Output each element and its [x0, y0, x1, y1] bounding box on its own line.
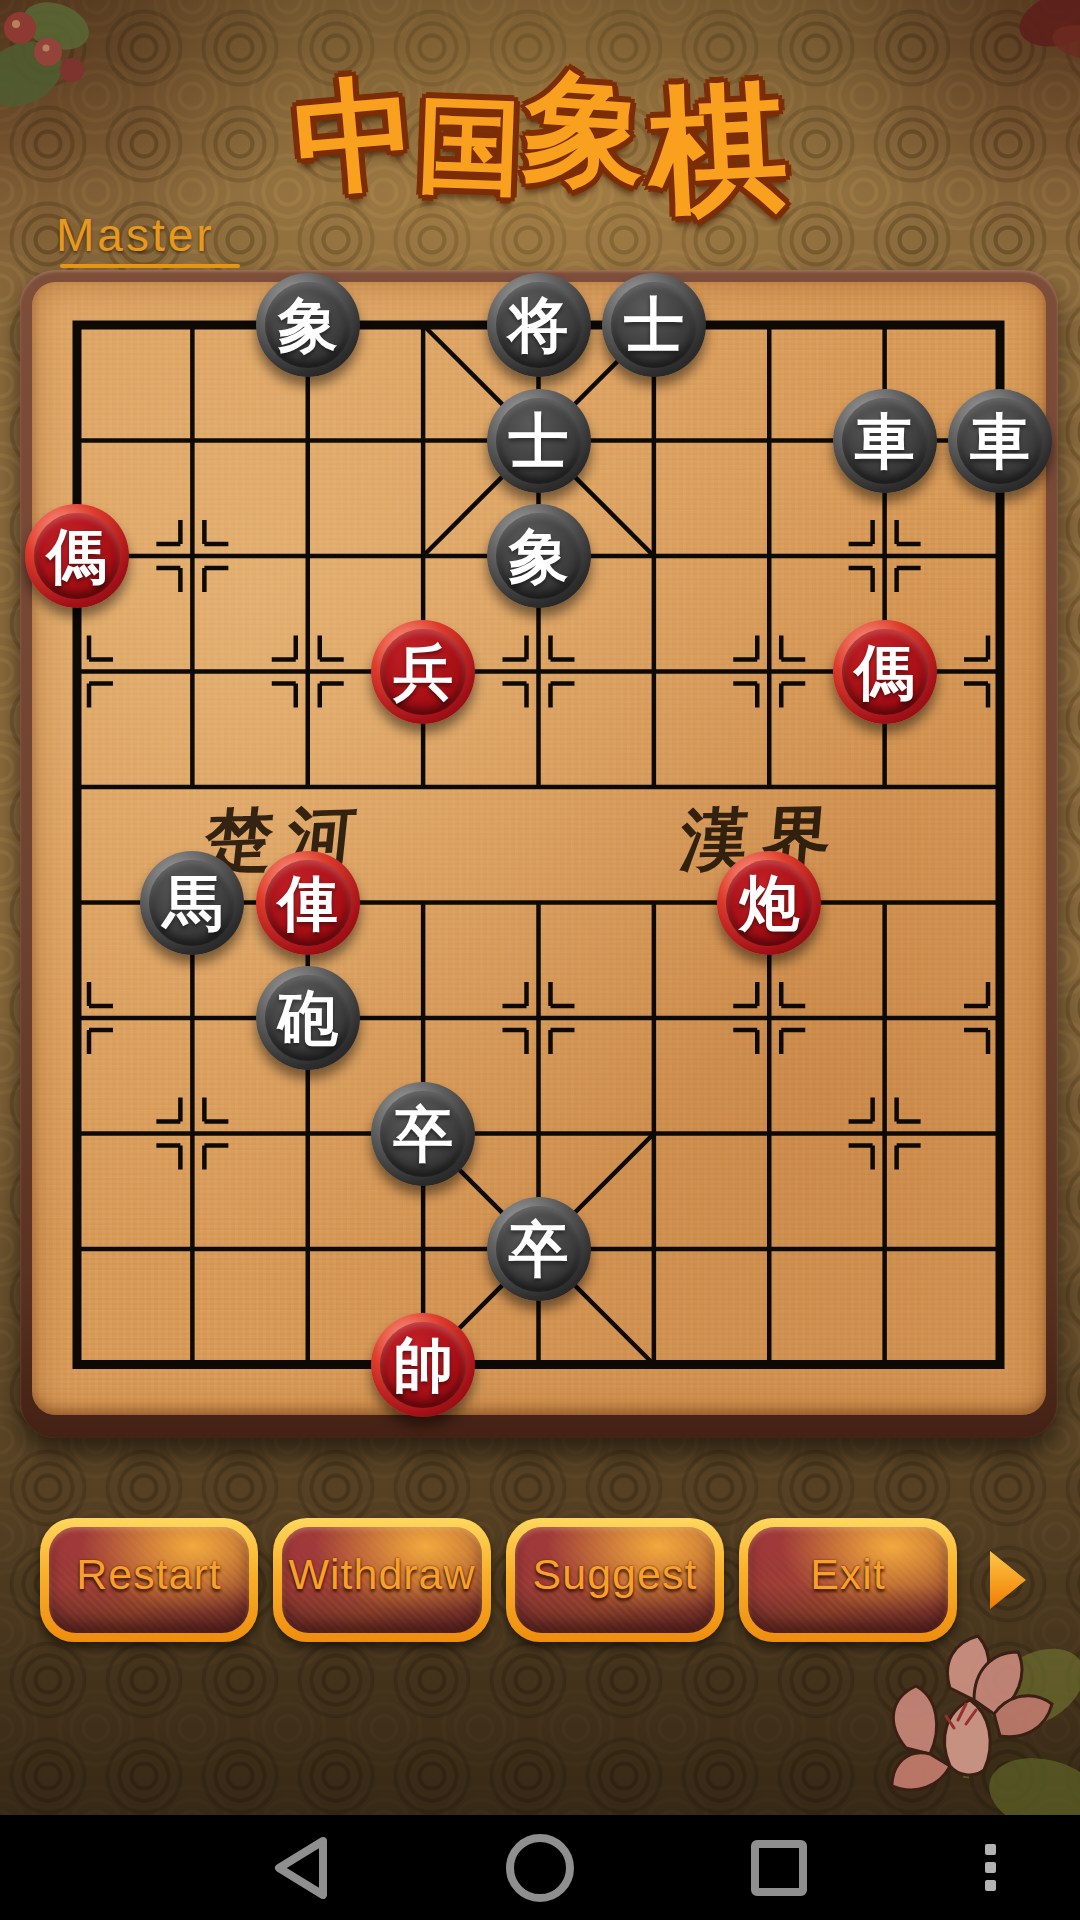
black-advisor-face: 士 [611, 282, 697, 368]
black-chariot[interactable]: 車 [948, 389, 1052, 493]
red-general-face: 帥 [380, 1322, 466, 1408]
black-general[interactable]: 将 [487, 273, 591, 377]
black-advisor-face: 士 [496, 398, 582, 484]
black-general-face: 将 [496, 282, 582, 368]
red-cannon[interactable]: 炮 [717, 851, 821, 955]
red-horse-face: 傌 [34, 513, 120, 599]
play-arrow-icon[interactable] [988, 1549, 1028, 1611]
red-horse[interactable]: 傌 [25, 504, 129, 608]
black-cannon-glyph: 砲 [278, 988, 338, 1048]
level-label: Master [56, 208, 215, 262]
black-soldier-glyph: 卒 [509, 1219, 569, 1279]
black-advisor-glyph: 士 [509, 411, 569, 471]
black-elephant-glyph: 象 [278, 295, 338, 355]
exit-button-label: Exit [810, 1550, 886, 1599]
level-underline [60, 264, 240, 268]
suggest-button[interactable]: Suggest [506, 1518, 724, 1642]
red-horse-glyph: 傌 [47, 526, 107, 586]
android-navbar [0, 1815, 1080, 1920]
home-icon[interactable] [470, 1815, 610, 1920]
black-chariot-face: 車 [957, 398, 1043, 484]
black-horse-glyph: 馬 [162, 873, 222, 933]
black-advisor[interactable]: 士 [602, 273, 706, 377]
red-horse-glyph: 傌 [855, 642, 915, 702]
red-soldier[interactable]: 兵 [371, 620, 475, 724]
red-horse[interactable]: 傌 [833, 620, 937, 724]
black-soldier-glyph: 卒 [393, 1104, 453, 1164]
black-cannon[interactable]: 砲 [256, 966, 360, 1070]
black-horse[interactable]: 馬 [140, 851, 244, 955]
red-chariot-face: 俥 [265, 860, 351, 946]
black-general-glyph: 将 [509, 295, 569, 355]
black-elephant-face: 象 [265, 282, 351, 368]
exit-button[interactable]: Exit [739, 1518, 957, 1642]
red-general[interactable]: 帥 [371, 1313, 475, 1417]
black-elephant[interactable]: 象 [256, 273, 360, 377]
black-horse-face: 馬 [149, 860, 235, 946]
black-chariot-glyph: 車 [970, 411, 1030, 471]
black-chariot[interactable]: 車 [833, 389, 937, 493]
black-soldier-face: 卒 [496, 1206, 582, 1292]
black-elephant[interactable]: 象 [487, 504, 591, 608]
red-chariot-glyph: 俥 [278, 873, 338, 933]
red-general-glyph: 帥 [393, 1335, 453, 1395]
board[interactable]: 楚河 漢界 象将士士車車傌象兵傌馬俥炮砲卒卒帥 [32, 282, 1046, 1415]
black-soldier[interactable]: 卒 [487, 1197, 591, 1301]
back-icon[interactable] [230, 1815, 370, 1920]
black-elephant-glyph: 象 [509, 526, 569, 586]
black-advisor-glyph: 士 [624, 295, 684, 355]
menu-icon[interactable] [955, 1815, 1025, 1920]
red-cannon-glyph: 炮 [739, 873, 799, 933]
black-chariot-face: 車 [842, 398, 928, 484]
withdraw-button-label: Withdraw [288, 1550, 475, 1599]
black-soldier[interactable]: 卒 [371, 1082, 475, 1186]
red-soldier-glyph: 兵 [393, 642, 453, 702]
restart-button-label: Restart [76, 1550, 222, 1599]
withdraw-button[interactable]: Withdraw [273, 1518, 491, 1642]
black-soldier-face: 卒 [380, 1091, 466, 1177]
red-horse-face: 傌 [842, 629, 928, 715]
black-cannon-face: 砲 [265, 975, 351, 1061]
recents-icon[interactable] [709, 1815, 849, 1920]
red-soldier-face: 兵 [380, 629, 466, 715]
black-advisor[interactable]: 士 [487, 389, 591, 493]
toolbar: Restart Withdraw Suggest Exit [40, 1518, 1050, 1642]
red-cannon-face: 炮 [726, 860, 812, 946]
suggest-button-label: Suggest [533, 1550, 698, 1599]
board-frame: 楚河 漢界 象将士士車車傌象兵傌馬俥炮砲卒卒帥 [20, 270, 1058, 1438]
black-chariot-glyph: 車 [855, 411, 915, 471]
restart-button[interactable]: Restart [40, 1518, 258, 1642]
red-chariot[interactable]: 俥 [256, 851, 360, 955]
black-elephant-face: 象 [496, 513, 582, 599]
